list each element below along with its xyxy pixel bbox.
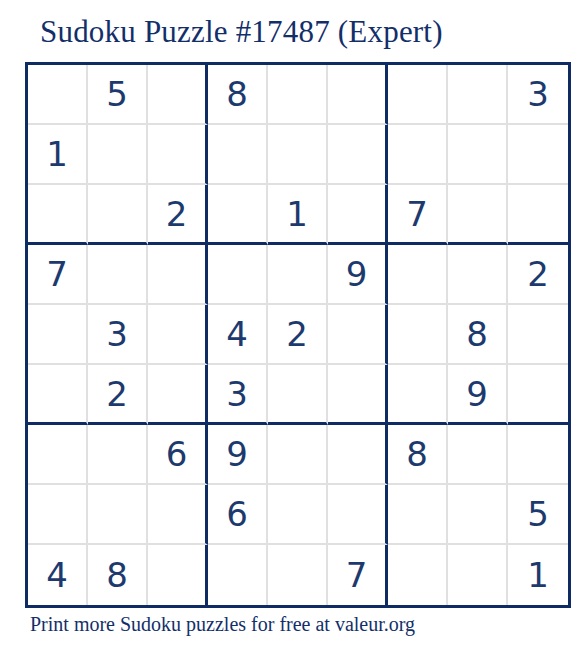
cell-r5c3 — [148, 305, 208, 365]
cell-r2c1: 1 — [28, 125, 88, 185]
cell-r5c1 — [28, 305, 88, 365]
cell-r1c3 — [148, 65, 208, 125]
cell-r5c7 — [388, 305, 448, 365]
cell-r2c8 — [448, 125, 508, 185]
cell-r4c7 — [388, 245, 448, 305]
cell-r5c5: 2 — [268, 305, 328, 365]
cell-r2c4 — [208, 125, 268, 185]
cell-r3c7: 7 — [388, 185, 448, 245]
cell-r7c6 — [328, 425, 388, 485]
cell-r5c2: 3 — [88, 305, 148, 365]
cell-r8c7 — [388, 485, 448, 545]
cell-r8c8 — [448, 485, 508, 545]
cell-r4c6: 9 — [328, 245, 388, 305]
cell-r3c3: 2 — [148, 185, 208, 245]
cell-r7c9 — [508, 425, 568, 485]
cell-r3c4 — [208, 185, 268, 245]
cell-r2c2 — [88, 125, 148, 185]
cell-r6c7 — [388, 365, 448, 425]
cell-r1c5 — [268, 65, 328, 125]
cell-r5c9 — [508, 305, 568, 365]
cell-r2c6 — [328, 125, 388, 185]
cell-r9c2: 8 — [88, 545, 148, 605]
cell-r3c9 — [508, 185, 568, 245]
cell-r3c5: 1 — [268, 185, 328, 245]
cell-r3c6 — [328, 185, 388, 245]
cell-r7c3: 6 — [148, 425, 208, 485]
cell-r8c4: 6 — [208, 485, 268, 545]
cell-r1c8 — [448, 65, 508, 125]
cell-r1c2: 5 — [88, 65, 148, 125]
page-title: Sudoku Puzzle #17487 (Expert) — [40, 14, 443, 50]
cell-r9c3 — [148, 545, 208, 605]
cell-r8c5 — [268, 485, 328, 545]
sudoku-page: Sudoku Puzzle #17487 (Expert) 5831217792… — [0, 0, 580, 651]
cell-r4c4 — [208, 245, 268, 305]
cell-r4c9: 2 — [508, 245, 568, 305]
cell-r1c1 — [28, 65, 88, 125]
cell-r4c2 — [88, 245, 148, 305]
cell-r8c6 — [328, 485, 388, 545]
cell-r8c1 — [28, 485, 88, 545]
cell-r6c9 — [508, 365, 568, 425]
sudoku-grid: 58312177923428239698654871 — [25, 62, 571, 608]
cell-r3c2 — [88, 185, 148, 245]
cell-r2c3 — [148, 125, 208, 185]
cell-r7c8 — [448, 425, 508, 485]
footer-text: Print more Sudoku puzzles for free at va… — [30, 613, 415, 636]
cell-r9c9: 1 — [508, 545, 568, 605]
cell-r8c9: 5 — [508, 485, 568, 545]
cell-r7c7: 8 — [388, 425, 448, 485]
cell-r9c8 — [448, 545, 508, 605]
cell-r1c7 — [388, 65, 448, 125]
cell-r7c5 — [268, 425, 328, 485]
cell-r5c8: 8 — [448, 305, 508, 365]
cell-r6c8: 9 — [448, 365, 508, 425]
cell-r6c4: 3 — [208, 365, 268, 425]
cell-r9c5 — [268, 545, 328, 605]
cell-r5c6 — [328, 305, 388, 365]
cell-r1c4: 8 — [208, 65, 268, 125]
cell-r6c1 — [28, 365, 88, 425]
cell-r3c1 — [28, 185, 88, 245]
cell-r6c2: 2 — [88, 365, 148, 425]
cell-r1c9: 3 — [508, 65, 568, 125]
cell-r8c2 — [88, 485, 148, 545]
cell-r7c2 — [88, 425, 148, 485]
cell-r2c9 — [508, 125, 568, 185]
cell-r9c1: 4 — [28, 545, 88, 605]
cell-r5c4: 4 — [208, 305, 268, 365]
cell-r8c3 — [148, 485, 208, 545]
cell-r1c6 — [328, 65, 388, 125]
cell-r2c5 — [268, 125, 328, 185]
cell-r4c3 — [148, 245, 208, 305]
cell-r6c3 — [148, 365, 208, 425]
cell-r4c1: 7 — [28, 245, 88, 305]
cell-r2c7 — [388, 125, 448, 185]
cell-r9c6: 7 — [328, 545, 388, 605]
cell-r9c7 — [388, 545, 448, 605]
cell-r4c8 — [448, 245, 508, 305]
cell-r7c4: 9 — [208, 425, 268, 485]
cell-r6c6 — [328, 365, 388, 425]
cell-r6c5 — [268, 365, 328, 425]
cell-r7c1 — [28, 425, 88, 485]
cell-r3c8 — [448, 185, 508, 245]
cell-r4c5 — [268, 245, 328, 305]
cell-r9c4 — [208, 545, 268, 605]
